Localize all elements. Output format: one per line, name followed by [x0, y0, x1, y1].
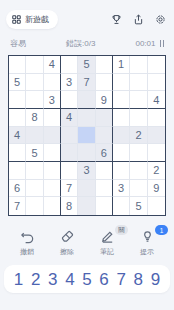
numkey-9[interactable]: 9: [151, 271, 160, 288]
mistakes-label: 錯誤:0/3: [66, 38, 95, 49]
pause-icon: [160, 40, 165, 47]
cell-r7c4[interactable]: [61, 162, 78, 180]
notes-label: 筆記: [100, 247, 114, 257]
cell-r6c2[interactable]: 5: [26, 144, 43, 162]
cell-r8c4[interactable]: 7: [61, 180, 78, 198]
cell-r3c3[interactable]: 3: [44, 91, 61, 109]
cell-r8c2[interactable]: [26, 180, 43, 198]
numkey-1[interactable]: 1: [14, 271, 23, 288]
cell-r7c9[interactable]: 2: [148, 162, 165, 180]
cell-r3c6[interactable]: 9: [96, 91, 113, 109]
cell-r4c6[interactable]: [96, 109, 113, 127]
gear-icon: [155, 14, 166, 25]
erase-label: 擦除: [60, 247, 74, 257]
cell-r8c5[interactable]: [78, 180, 95, 198]
cell-r4c4[interactable]: 4: [61, 109, 78, 127]
cell-r4c3[interactable]: [44, 109, 61, 127]
cell-r8c7[interactable]: 3: [113, 180, 130, 198]
cell-r9c7[interactable]: [113, 197, 130, 215]
cell-r4c2[interactable]: 8: [26, 109, 43, 127]
numkey-5[interactable]: 5: [82, 271, 91, 288]
cell-r1c3[interactable]: 4: [44, 56, 61, 74]
notes-button[interactable]: 關 筆記: [92, 229, 122, 257]
cell-r9c5[interactable]: [78, 197, 95, 215]
cell-r2c9[interactable]: [148, 74, 165, 92]
cell-r9c3[interactable]: [44, 197, 61, 215]
cell-r4c8[interactable]: [130, 109, 147, 127]
cell-r8c8[interactable]: [130, 180, 147, 198]
difficulty-label: 容易: [10, 38, 26, 49]
cell-r5c3[interactable]: [44, 127, 61, 145]
cell-r2c7[interactable]: [113, 74, 130, 92]
cell-r5c5[interactable]: [78, 127, 95, 145]
numkey-3[interactable]: 3: [48, 271, 57, 288]
cell-r8c1[interactable]: 6: [9, 180, 26, 198]
notes-off-badge: 關: [115, 225, 128, 235]
cell-r9c6[interactable]: [96, 197, 113, 215]
cell-r6c4[interactable]: [61, 144, 78, 162]
cell-r4c5[interactable]: [78, 109, 95, 127]
cell-r7c8[interactable]: [130, 162, 147, 180]
cell-r6c1[interactable]: [9, 144, 26, 162]
cell-r9c1[interactable]: 7: [9, 197, 26, 215]
cell-r7c7[interactable]: [113, 162, 130, 180]
cell-r6c3[interactable]: [44, 144, 61, 162]
numkey-8[interactable]: 8: [134, 271, 143, 288]
cell-r7c1[interactable]: [9, 162, 26, 180]
cell-r4c7[interactable]: [113, 109, 130, 127]
hint-count-badge: 1: [155, 225, 168, 235]
trophy-button[interactable]: [111, 14, 122, 25]
cell-r5c8[interactable]: 2: [130, 127, 147, 145]
cell-r7c6[interactable]: [96, 162, 113, 180]
top-icons: [111, 14, 166, 25]
cell-r2c8[interactable]: [130, 74, 147, 92]
cell-r1c6[interactable]: [96, 56, 113, 74]
trophy-icon: [111, 14, 122, 25]
cell-r5c1[interactable]: 4: [9, 127, 26, 145]
erase-button[interactable]: 擦除: [52, 229, 82, 257]
cell-r8c3[interactable]: [44, 180, 61, 198]
cell-r3c7[interactable]: [113, 91, 130, 109]
numkey-4[interactable]: 4: [65, 271, 74, 288]
cell-r2c4[interactable]: 3: [61, 74, 78, 92]
cell-r5c2[interactable]: [26, 127, 43, 145]
cell-r3c2[interactable]: [26, 91, 43, 109]
cell-r1c7[interactable]: 1: [113, 56, 130, 74]
cell-r9c9[interactable]: [148, 197, 165, 215]
cell-r3c5[interactable]: [78, 91, 95, 109]
cell-r1c8[interactable]: [130, 56, 147, 74]
cell-r7c5[interactable]: 3: [78, 162, 95, 180]
timer-label: 00:01: [135, 39, 155, 48]
cell-r3c4[interactable]: [61, 91, 78, 109]
board-area: 451537394844256326739785: [8, 55, 166, 216]
bulb-icon: [140, 229, 155, 244]
cell-r3c8[interactable]: [130, 91, 147, 109]
undo-label: 撤銷: [20, 247, 34, 257]
cell-r1c4[interactable]: [61, 56, 78, 74]
cell-r3c9[interactable]: 4: [148, 91, 165, 109]
cell-r8c6[interactable]: [96, 180, 113, 198]
cell-r5c6[interactable]: [96, 127, 113, 145]
cell-r7c3[interactable]: [44, 162, 61, 180]
new-game-label: 新遊戲: [25, 14, 49, 25]
cell-r6c8[interactable]: [130, 144, 147, 162]
cell-r6c7[interactable]: [113, 144, 130, 162]
cell-r1c1[interactable]: [9, 56, 26, 74]
toolbar: 撤銷 擦除 關 筆記 1 提示: [0, 216, 174, 257]
cell-r5c4[interactable]: [61, 127, 78, 145]
new-game-button[interactable]: 新遊戲: [6, 10, 58, 29]
numkey-7[interactable]: 7: [116, 271, 125, 288]
top-bar: 新遊戲: [0, 0, 174, 29]
cell-r1c9[interactable]: [148, 56, 165, 74]
settings-button[interactable]: [155, 14, 166, 25]
numkey-6[interactable]: 6: [99, 271, 108, 288]
grid-icon: [12, 15, 21, 24]
share-icon: [133, 14, 144, 25]
number-pad: 1 2 3 4 5 6 7 8 9: [4, 265, 170, 293]
cell-r5c7[interactable]: [113, 127, 130, 145]
hint-label: 提示: [140, 247, 154, 257]
cell-r6c5[interactable]: [78, 144, 95, 162]
cell-r9c8[interactable]: 5: [130, 197, 147, 215]
cell-r2c6[interactable]: [96, 74, 113, 92]
cell-r2c5[interactable]: 7: [78, 74, 95, 92]
eraser-icon: [60, 229, 75, 244]
pause-button[interactable]: [160, 40, 165, 47]
pencil-icon: [100, 229, 115, 244]
cell-r9c2[interactable]: [26, 197, 43, 215]
cell-r4c1[interactable]: [9, 109, 26, 127]
cell-r4c9[interactable]: [148, 109, 165, 127]
cell-r6c9[interactable]: [148, 144, 165, 162]
hint-button[interactable]: 1 提示: [132, 229, 162, 257]
cell-r5c9[interactable]: [148, 127, 165, 145]
cell-r2c2[interactable]: [26, 74, 43, 92]
cell-r3c1[interactable]: [9, 91, 26, 109]
numkey-2[interactable]: 2: [31, 271, 40, 288]
cell-r7c2[interactable]: [26, 162, 43, 180]
cell-r8c9[interactable]: 9: [148, 180, 165, 198]
cell-r1c2[interactable]: [26, 56, 43, 74]
cell-r6c6[interactable]: 6: [96, 144, 113, 162]
undo-icon: [20, 229, 35, 244]
sudoku-grid[interactable]: 451537394844256326739785: [8, 55, 166, 216]
status-bar: 容易 錯誤:0/3 00:01: [0, 29, 174, 49]
cell-r2c1[interactable]: 5: [9, 74, 26, 92]
cell-r2c3[interactable]: [44, 74, 61, 92]
cell-r9c4[interactable]: 8: [61, 197, 78, 215]
cell-r1c5[interactable]: 5: [78, 56, 95, 74]
undo-button[interactable]: 撤銷: [12, 229, 42, 257]
share-button[interactable]: [133, 14, 144, 25]
